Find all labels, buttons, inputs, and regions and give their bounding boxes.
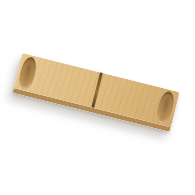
mancala-board [12, 53, 179, 132]
left-pit-grid [32, 59, 99, 105]
board-right-half [94, 75, 177, 125]
photo-background [0, 0, 195, 195]
board-left-half [16, 55, 99, 105]
right-pit-grid [94, 75, 161, 121]
